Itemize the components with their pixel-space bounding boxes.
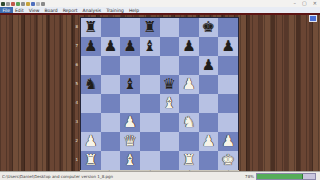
square-a2[interactable]: ♟ bbox=[81, 132, 101, 151]
white-rook-a1[interactable]: ♜ bbox=[84, 152, 97, 169]
status-bar: C:\Users\Daniel\Desktop and computer ver… bbox=[0, 171, 320, 180]
black-rook-a8[interactable]: ♜ bbox=[84, 19, 97, 36]
square-d1[interactable] bbox=[140, 151, 160, 170]
square-a5[interactable]: ♞ bbox=[81, 75, 101, 94]
square-f2[interactable] bbox=[179, 132, 199, 151]
toolbar-print-icon[interactable] bbox=[21, 2, 25, 6]
square-f6[interactable] bbox=[179, 56, 199, 75]
rank-label-7: 7 bbox=[72, 36, 78, 55]
white-rook-f1[interactable]: ♜ bbox=[182, 152, 195, 169]
square-d4[interactable] bbox=[140, 94, 160, 113]
square-e3[interactable] bbox=[160, 113, 180, 132]
black-pawn-f7[interactable]: ♟ bbox=[182, 38, 195, 55]
white-pawn-c3[interactable]: ♟ bbox=[123, 114, 136, 131]
square-b5[interactable] bbox=[101, 75, 121, 94]
square-c4[interactable] bbox=[120, 94, 140, 113]
square-h6[interactable] bbox=[218, 56, 238, 75]
square-g7[interactable] bbox=[199, 37, 219, 56]
square-h3[interactable] bbox=[218, 113, 238, 132]
white-pawn-a2[interactable]: ♟ bbox=[84, 133, 97, 150]
square-g8[interactable]: ♚ bbox=[199, 18, 219, 37]
square-b3[interactable] bbox=[101, 113, 121, 132]
square-b1[interactable] bbox=[101, 151, 121, 170]
square-d5[interactable] bbox=[140, 75, 160, 94]
square-f8[interactable] bbox=[179, 18, 199, 37]
window-controls: –▢✕ bbox=[294, 1, 317, 6]
toolbar-save-icon[interactable] bbox=[16, 2, 20, 6]
rank-label-8: 8 bbox=[72, 17, 78, 36]
rank-label-4: 4 bbox=[72, 93, 78, 112]
square-a1[interactable]: ♜ bbox=[81, 151, 101, 170]
toolbar-new-icon[interactable] bbox=[6, 2, 10, 6]
square-c8[interactable] bbox=[120, 18, 140, 37]
black-pawn-h7[interactable]: ♟ bbox=[221, 38, 234, 55]
square-h7[interactable]: ♟ bbox=[218, 37, 238, 56]
chess-app-window: –▢✕ FileEditViewBoardReportAnalysisTrain… bbox=[0, 0, 320, 180]
square-f5[interactable]: ♟ bbox=[179, 75, 199, 94]
progress-fill bbox=[257, 174, 303, 179]
title-bar: –▢✕ bbox=[0, 0, 320, 7]
square-a3[interactable] bbox=[81, 113, 101, 132]
square-d8[interactable]: ♜ bbox=[140, 18, 160, 37]
black-rook-d8[interactable]: ♜ bbox=[143, 19, 156, 36]
square-f3[interactable]: ♞ bbox=[179, 113, 199, 132]
square-e4[interactable]: ♝ bbox=[160, 94, 180, 113]
black-queen-e5[interactable]: ♛ bbox=[163, 76, 176, 93]
white-knight-f3[interactable]: ♞ bbox=[182, 114, 195, 131]
square-b7[interactable]: ♟ bbox=[101, 37, 121, 56]
toolbar-open-icon[interactable] bbox=[11, 2, 15, 6]
white-bishop-e4[interactable]: ♝ bbox=[163, 95, 176, 112]
progress-label: 78% bbox=[245, 174, 254, 179]
black-pawn-g6[interactable]: ♟ bbox=[202, 57, 215, 74]
maximize-button[interactable]: ▢ bbox=[302, 1, 307, 6]
white-pawn-f5[interactable]: ♟ bbox=[182, 76, 195, 93]
window-badge-icon[interactable] bbox=[309, 15, 317, 22]
app-icon[interactable] bbox=[1, 2, 5, 6]
rank-label-2: 2 bbox=[72, 131, 78, 150]
square-d2[interactable] bbox=[140, 132, 160, 151]
square-f4[interactable] bbox=[179, 94, 199, 113]
toolbar-prev-icon[interactable] bbox=[36, 2, 40, 6]
square-e5[interactable]: ♛ bbox=[160, 75, 180, 94]
square-h8[interactable] bbox=[218, 18, 238, 37]
square-h1[interactable]: ♚ bbox=[218, 151, 238, 170]
square-b6[interactable] bbox=[101, 56, 121, 75]
square-e7[interactable] bbox=[160, 37, 180, 56]
square-a8[interactable]: ♜ bbox=[81, 18, 101, 37]
square-g1[interactable] bbox=[199, 151, 219, 170]
progress-bar bbox=[256, 173, 316, 180]
square-h2[interactable]: ♟ bbox=[218, 132, 238, 151]
square-h4[interactable] bbox=[218, 94, 238, 113]
status-path-text: C:\Users\Daniel\Desktop and computer ver… bbox=[2, 174, 245, 179]
square-f7[interactable]: ♟ bbox=[179, 37, 199, 56]
chess-board[interactable]: ♜♜♚♟♟♟♝♟♟♟♞♝♛♟♝♟♞♟♛♟♟♜♝♜♚ bbox=[80, 17, 239, 171]
square-g2[interactable]: ♟ bbox=[199, 132, 219, 151]
white-bishop-c1[interactable]: ♝ bbox=[123, 152, 136, 169]
square-g3[interactable] bbox=[199, 113, 219, 132]
square-a6[interactable] bbox=[81, 56, 101, 75]
toolbar-next-icon[interactable] bbox=[41, 2, 45, 6]
square-c6[interactable] bbox=[120, 56, 140, 75]
square-a4[interactable] bbox=[81, 94, 101, 113]
rank-label-6: 6 bbox=[72, 55, 78, 74]
square-d3[interactable] bbox=[140, 113, 160, 132]
rank-label-3: 3 bbox=[72, 112, 78, 131]
square-c2[interactable]: ♛ bbox=[120, 132, 140, 151]
square-e6[interactable] bbox=[160, 56, 180, 75]
black-pawn-c7[interactable]: ♟ bbox=[123, 38, 136, 55]
square-e1[interactable] bbox=[160, 151, 180, 170]
titlebar-toolbar bbox=[1, 2, 45, 6]
rank-label-5: 5 bbox=[72, 74, 78, 93]
square-h5[interactable] bbox=[218, 75, 238, 94]
rank-label-1: 1 bbox=[72, 150, 78, 169]
black-bishop-c5[interactable]: ♝ bbox=[123, 76, 136, 93]
black-pawn-b7[interactable]: ♟ bbox=[104, 38, 117, 55]
square-e2[interactable] bbox=[160, 132, 180, 151]
square-c7[interactable]: ♟ bbox=[120, 37, 140, 56]
square-f1[interactable]: ♜ bbox=[179, 151, 199, 170]
square-g6[interactable]: ♟ bbox=[199, 56, 219, 75]
square-c5[interactable]: ♝ bbox=[120, 75, 140, 94]
close-button[interactable]: ✕ bbox=[313, 1, 317, 6]
rank-labels: 87654321 bbox=[72, 17, 78, 169]
square-e8[interactable] bbox=[160, 18, 180, 37]
square-a7[interactable]: ♟ bbox=[81, 37, 101, 56]
square-d6[interactable] bbox=[140, 56, 160, 75]
white-pawn-h2[interactable]: ♟ bbox=[221, 133, 234, 150]
black-knight-a5[interactable]: ♞ bbox=[84, 76, 97, 93]
square-b8[interactable] bbox=[101, 18, 121, 37]
black-pawn-a7[interactable]: ♟ bbox=[84, 38, 97, 55]
toolbar-engine-icon[interactable] bbox=[31, 2, 35, 6]
square-b4[interactable] bbox=[101, 94, 121, 113]
square-c1[interactable]: ♝ bbox=[120, 151, 140, 170]
minimize-button[interactable]: – bbox=[294, 1, 297, 6]
square-d7[interactable]: ♝ bbox=[140, 37, 160, 56]
square-g4[interactable] bbox=[199, 94, 219, 113]
square-b2[interactable] bbox=[101, 132, 121, 151]
square-g5[interactable] bbox=[199, 75, 219, 94]
white-pawn-g2[interactable]: ♟ bbox=[202, 133, 215, 150]
white-queen-c2[interactable]: ♛ bbox=[123, 133, 136, 150]
toolbar-board-icon[interactable] bbox=[26, 2, 30, 6]
square-c3[interactable]: ♟ bbox=[120, 113, 140, 132]
white-king-h1[interactable]: ♚ bbox=[221, 152, 234, 169]
black-bishop-d7[interactable]: ♝ bbox=[143, 38, 156, 55]
black-king-g8[interactable]: ♚ bbox=[202, 19, 215, 36]
